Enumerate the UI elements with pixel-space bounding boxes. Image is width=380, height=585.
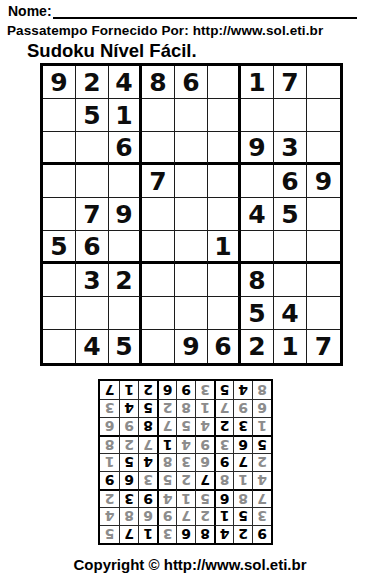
solution-cell-r9c3: 5 — [214, 381, 233, 399]
name-row: Nome: — [8, 3, 357, 19]
cell-r3c5 — [175, 132, 208, 165]
cell-r7c9 — [307, 264, 340, 297]
solution-cell-r5c8: 5 — [119, 453, 138, 471]
solution-cell-r2c1: 3 — [252, 507, 271, 525]
cell-r8c5 — [175, 297, 208, 330]
cell-r3c9 — [307, 132, 340, 165]
cell-r6c1: 5 — [43, 231, 76, 264]
solution-cell-r5c5: 3 — [176, 453, 195, 471]
cell-r1c6 — [208, 66, 241, 99]
solution-cell-r9c8: 1 — [119, 381, 138, 399]
cell-r6c2: 6 — [76, 231, 109, 264]
cell-r5c5 — [175, 198, 208, 231]
solution-cell-r3c8: 3 — [119, 489, 138, 507]
cell-r1c3: 4 — [109, 66, 142, 99]
cell-r3c6 — [208, 132, 241, 165]
cell-r2c3: 1 — [109, 99, 142, 132]
cell-r9c6: 6 — [208, 330, 241, 363]
solution-cell-r6c5: 4 — [176, 435, 195, 453]
copyright-line: Copyright © http://www.sol.eti.br — [0, 556, 380, 573]
cell-r4c1 — [43, 165, 76, 198]
solution-cell-r1c1: 9 — [252, 525, 271, 543]
solution-cell-r3c6: 4 — [157, 489, 176, 507]
cell-r1c4: 8 — [142, 66, 175, 99]
solution-cell-r8c7: 5 — [138, 399, 157, 417]
solution-cell-r1c6: 3 — [157, 525, 176, 543]
solution-cell-r2c2: 5 — [233, 507, 252, 525]
solution-cell-r3c1: 7 — [252, 489, 271, 507]
cell-r4c3 — [109, 165, 142, 198]
cell-r3c7: 9 — [241, 132, 274, 165]
solution-cell-r4c5: 2 — [176, 471, 195, 489]
solution-cell-r7c3: 2 — [214, 417, 233, 435]
solution-cell-r1c5: 6 — [176, 525, 195, 543]
solution-cell-r5c6: 8 — [157, 453, 176, 471]
solution-cell-r5c1: 2 — [252, 453, 271, 471]
cell-r1c8: 7 — [274, 66, 307, 99]
cell-r7c2: 3 — [76, 264, 109, 297]
cell-r4c8: 6 — [274, 165, 307, 198]
solution-cell-r1c9: 5 — [100, 525, 119, 543]
cell-r9c3: 5 — [109, 330, 142, 363]
solution-cell-r5c4: 6 — [195, 453, 214, 471]
cell-r7c6 — [208, 264, 241, 297]
solution-cell-r2c4: 2 — [195, 507, 214, 525]
cell-r8c4 — [142, 297, 175, 330]
solution-cell-r5c7: 4 — [138, 453, 157, 471]
cell-r2c1 — [43, 99, 76, 132]
cell-r7c4 — [142, 264, 175, 297]
cell-r2c6 — [208, 99, 241, 132]
solution-cell-r6c3: 3 — [214, 435, 233, 453]
cell-r6c7 — [241, 231, 274, 264]
solution-cell-r2c5: 7 — [176, 507, 195, 525]
cell-r1c2: 2 — [76, 66, 109, 99]
cell-r4c9: 9 — [307, 165, 340, 198]
cell-r8c3 — [109, 297, 142, 330]
cell-r8c8: 4 — [274, 297, 307, 330]
cell-r8c2 — [76, 297, 109, 330]
cell-r4c6 — [208, 165, 241, 198]
solution-cell-r8c3: 7 — [214, 399, 233, 417]
sudoku-print-page: Nome: Passatempo Fornecido Por: http://w… — [0, 0, 380, 585]
cell-r1c7: 1 — [241, 66, 274, 99]
solution-cell-r3c9: 2 — [100, 489, 119, 507]
page-title: Sudoku Nível Fácil. — [27, 40, 197, 62]
solution-cell-r6c4: 9 — [195, 435, 214, 453]
solution-cell-r1c4: 8 — [195, 525, 214, 543]
cell-r9c9: 7 — [307, 330, 340, 363]
cell-r2c5 — [175, 99, 208, 132]
solution-cell-r9c9: 7 — [100, 381, 119, 399]
solution-cell-r4c6: 5 — [157, 471, 176, 489]
cell-r4c7 — [241, 165, 274, 198]
cell-r7c1 — [43, 264, 76, 297]
solution-cell-r5c3: 9 — [214, 453, 233, 471]
cell-r2c2: 5 — [76, 99, 109, 132]
cell-r5c6 — [208, 198, 241, 231]
solution-cell-r6c8: 2 — [119, 435, 138, 453]
cell-r1c9 — [307, 66, 340, 99]
cell-r3c4 — [142, 132, 175, 165]
solution-cell-r8c9: 3 — [100, 399, 119, 417]
solution-cell-r7c6: 7 — [157, 417, 176, 435]
cell-r3c1 — [43, 132, 76, 165]
cell-r6c4 — [142, 231, 175, 264]
cell-r9c7: 2 — [241, 330, 274, 363]
solution-cell-r1c8: 7 — [119, 525, 138, 543]
cell-r5c1 — [43, 198, 76, 231]
cell-r9c4 — [142, 330, 175, 363]
solution-cell-r2c6: 9 — [157, 507, 176, 525]
solution-cell-r9c7: 2 — [138, 381, 157, 399]
solution-cell-r3c4: 5 — [195, 489, 214, 507]
cell-r3c2 — [76, 132, 109, 165]
solution-cell-r9c2: 4 — [233, 381, 252, 399]
cell-r5c9 — [307, 198, 340, 231]
cell-r4c2 — [76, 165, 109, 198]
cell-r4c5 — [175, 165, 208, 198]
solution-cell-r3c2: 8 — [233, 489, 252, 507]
solution-cell-r6c9: 8 — [100, 435, 119, 453]
solution-cell-r4c2: 1 — [233, 471, 252, 489]
solution-cell-r2c7: 6 — [138, 507, 157, 525]
solution-cell-r6c2: 6 — [233, 435, 252, 453]
cell-r8c7: 5 — [241, 297, 274, 330]
solution-cell-r9c5: 9 — [176, 381, 195, 399]
solution-cell-r3c7: 9 — [138, 489, 157, 507]
solution-cell-r8c5: 8 — [176, 399, 195, 417]
cell-r7c3: 2 — [109, 264, 142, 297]
solution-cell-r2c8: 8 — [119, 507, 138, 525]
solution-cell-r5c9: 1 — [100, 453, 119, 471]
solution-cell-r2c3: 1 — [214, 507, 233, 525]
solution-cell-r6c6: 1 — [157, 435, 176, 453]
cell-r5c7: 4 — [241, 198, 274, 231]
name-blank-line — [53, 5, 357, 19]
cell-r1c5: 6 — [175, 66, 208, 99]
cell-r3c8: 3 — [274, 132, 307, 165]
sudoku-puzzle-grid: 9248617516937697945561328544596217 — [40, 63, 343, 366]
solution-cell-r3c5: 1 — [176, 489, 195, 507]
cell-r2c9 — [307, 99, 340, 132]
solution-cell-r6c7: 7 — [138, 435, 157, 453]
cell-r7c5 — [175, 264, 208, 297]
solution-cell-r9c4: 3 — [195, 381, 214, 399]
cell-r6c8 — [274, 231, 307, 264]
solution-cell-r4c4: 7 — [195, 471, 214, 489]
cell-r9c1 — [43, 330, 76, 363]
solution-cell-r8c2: 9 — [233, 399, 252, 417]
solution-cell-r4c8: 6 — [119, 471, 138, 489]
cell-r5c3: 9 — [109, 198, 142, 231]
solution-cell-r3c3: 6 — [214, 489, 233, 507]
solution-cell-r9c1: 8 — [252, 381, 271, 399]
solution-cell-r5c2: 7 — [233, 453, 252, 471]
solution-cell-r6c1: 5 — [252, 435, 271, 453]
solution-cell-r1c7: 1 — [138, 525, 157, 543]
cell-r9c5: 9 — [175, 330, 208, 363]
cell-r1c1: 9 — [43, 66, 76, 99]
cell-r6c9 — [307, 231, 340, 264]
solution-cell-r9c6: 6 — [157, 381, 176, 399]
cell-r6c5 — [175, 231, 208, 264]
cell-r6c6: 1 — [208, 231, 241, 264]
sudoku-solution-grid-upside-down: 9248631753512796847865149324187253692796… — [98, 379, 273, 545]
solution-cell-r7c1: 1 — [252, 417, 271, 435]
solution-cell-r7c4: 4 — [195, 417, 214, 435]
cell-r3c3: 6 — [109, 132, 142, 165]
cell-r9c8: 1 — [274, 330, 307, 363]
provider-line: Passatempo Fornecido Por: http://www.sol… — [7, 23, 323, 38]
solution-cell-r4c9: 9 — [100, 471, 119, 489]
solution-cell-r7c9: 6 — [100, 417, 119, 435]
cell-r8c9 — [307, 297, 340, 330]
solution-cell-r1c2: 2 — [233, 525, 252, 543]
solution-cell-r1c3: 4 — [214, 525, 233, 543]
solution-cell-r4c7: 3 — [138, 471, 157, 489]
solution-cell-r7c5: 5 — [176, 417, 195, 435]
solution-cell-r8c4: 1 — [195, 399, 214, 417]
cell-r6c3 — [109, 231, 142, 264]
cell-r5c8: 5 — [274, 198, 307, 231]
cell-r2c8 — [274, 99, 307, 132]
solution-cell-r7c7: 8 — [138, 417, 157, 435]
cell-r8c1 — [43, 297, 76, 330]
solution-cell-r7c8: 9 — [119, 417, 138, 435]
solution-cell-r4c1: 4 — [252, 471, 271, 489]
solution-cell-r4c3: 8 — [214, 471, 233, 489]
cell-r4c4: 7 — [142, 165, 175, 198]
cell-r2c4 — [142, 99, 175, 132]
solution-cell-r8c6: 2 — [157, 399, 176, 417]
cell-r9c2: 4 — [76, 330, 109, 363]
solution-cell-r2c9: 4 — [100, 507, 119, 525]
solution-cell-r7c2: 3 — [233, 417, 252, 435]
cell-r5c4 — [142, 198, 175, 231]
cell-r5c2: 7 — [76, 198, 109, 231]
solution-cell-r8c1: 6 — [252, 399, 271, 417]
name-label: Nome: — [8, 3, 52, 19]
cell-r8c6 — [208, 297, 241, 330]
solution-cell-r8c8: 4 — [119, 399, 138, 417]
cell-r7c7: 8 — [241, 264, 274, 297]
cell-r7c8 — [274, 264, 307, 297]
cell-r2c7 — [241, 99, 274, 132]
